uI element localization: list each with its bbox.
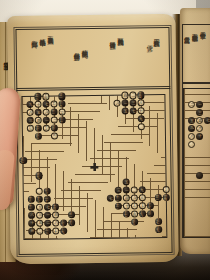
black-stone: 十六 <box>36 196 43 203</box>
black-stone: 三 <box>129 100 136 107</box>
commentary-column: 九路雖可剋相去六 <box>118 33 125 35</box>
black-stone: 卅 <box>29 227 36 234</box>
right-page: 十四畫子二十位打十 五應子上斷粘白便宜 是爲走白便宜 二一三五四七九六八十 <box>180 8 210 254</box>
black-stone: 十三 <box>115 203 122 210</box>
white-stone <box>36 188 43 195</box>
black-stone: 五 <box>123 179 130 186</box>
black-stone <box>196 172 203 179</box>
black-stone: 三 <box>115 187 122 194</box>
black-stone: 二十 <box>44 196 51 203</box>
black-stone: 五 <box>35 109 42 116</box>
white-stone: 四 <box>123 195 130 202</box>
white-stone: 十 <box>137 107 144 114</box>
black-stone: 一 <box>123 187 130 194</box>
center-cross-mark <box>90 163 98 171</box>
white-stone: 二十 <box>58 109 65 116</box>
black-stone: 十九 <box>60 227 67 234</box>
black-stone: 十 <box>28 220 35 227</box>
black-stone: 廿三 <box>147 210 154 217</box>
black-stone: 十五 <box>147 202 154 209</box>
black-stone: 九 <box>138 115 145 122</box>
black-stone: 十一 <box>115 195 122 202</box>
black-stone: 廿七 <box>155 218 162 225</box>
black-stone: 十三 <box>44 227 51 234</box>
white-stone: 四 <box>196 117 203 124</box>
white-stone: 九 <box>36 204 43 211</box>
commentary-column: 是白稍勝便宜 <box>74 48 81 49</box>
black-stone: 三 <box>27 117 34 124</box>
white-stone: 十四 <box>131 210 138 217</box>
commentary-column: 行七臨好尚分 <box>32 36 39 37</box>
black-stone: 廿九 <box>36 172 43 179</box>
right-page-divider-line <box>182 82 210 84</box>
black-stone: 十九 <box>139 210 146 217</box>
white-stone: 六 <box>114 100 121 107</box>
black-stone: 七 <box>43 101 50 108</box>
white-stone: 八 <box>137 100 144 107</box>
black-stone: 一 <box>196 101 203 108</box>
white-stone: 十六 <box>27 125 34 132</box>
black-stone: 廿七 <box>20 157 27 164</box>
white-stone: 八 <box>139 194 146 201</box>
white-stone: 十二 <box>131 202 138 209</box>
black-stone: 五 <box>122 108 129 115</box>
black-stone: 廿一 <box>154 194 161 201</box>
white-stone: 十四 <box>42 93 49 100</box>
black-stone: 廿五 <box>35 133 42 140</box>
black-stone: 六 <box>28 212 35 219</box>
black-stone: 十七 <box>59 116 66 123</box>
commentary-column: 八打剋却上便闌九 <box>82 45 89 47</box>
black-stone: 十五 <box>35 125 42 132</box>
white-stone: 十二 <box>50 101 57 108</box>
commentary-column: 路遠行畧便宜 <box>110 37 117 38</box>
commentary-column: 爲打劫拈再十十位 <box>40 34 47 36</box>
white-stone: 四 <box>35 117 42 124</box>
black-stone: 十八 <box>28 196 35 203</box>
white-stone: 四 <box>52 211 59 218</box>
black-stone: 十四 <box>52 203 59 210</box>
white-stone <box>138 123 145 130</box>
black-stone: 廿四 <box>137 92 144 99</box>
white-stone: 三 <box>36 212 43 219</box>
book-photo: 官子譜 十四畫子二十位打十 五應子上斷粘白便宜 是爲走白便宜 二一三五四七九六八… <box>0 0 210 280</box>
black-stone: 廿二 <box>68 211 75 218</box>
commentary-column: 便宜 <box>147 40 154 41</box>
black-stone: 七 <box>107 195 114 202</box>
white-stone: 十八 <box>43 125 50 132</box>
commentary-column: 五吹勝長六畫三五 <box>47 32 54 34</box>
black-stone: 廿一 <box>58 93 65 100</box>
black-stone: 七 <box>44 204 51 211</box>
white-stone: 十七 <box>52 227 59 234</box>
black-stone: 九 <box>27 101 34 108</box>
white-stone: 二 <box>129 92 136 99</box>
black-stone: 五 <box>188 117 195 124</box>
black-stone: 廿三 <box>51 124 58 131</box>
white-stone <box>188 141 195 148</box>
white-stone: 六 <box>131 194 138 201</box>
white-stone: 六 <box>43 109 50 116</box>
black-stone: 二 <box>44 219 51 226</box>
black-stone: 十九 <box>58 101 65 108</box>
black-stone: 十三 <box>35 93 42 100</box>
black-stone: 七 <box>204 117 210 124</box>
black-stone: 一 <box>122 100 129 107</box>
commentary-column: 四六畫六粘打甚 <box>154 34 161 36</box>
white-stone: 廿二 <box>51 132 58 139</box>
black-stone: 十 <box>196 133 203 140</box>
white-stone: 四 <box>121 92 128 99</box>
white-stone: 六 <box>196 125 203 132</box>
white-stone: 十六 <box>139 202 146 209</box>
black-stone: 十七 <box>123 210 130 217</box>
black-stone: 廿五 <box>131 218 138 225</box>
white-stone: 八 <box>188 133 195 140</box>
white-stone: 二 <box>51 117 58 124</box>
black-stone: 十五 <box>60 219 67 226</box>
white-stone: 十一 <box>36 227 43 234</box>
black-stone: 三 <box>196 109 203 116</box>
black-stone: 廿六 <box>44 188 51 195</box>
black-stone: 廿八 <box>68 219 75 226</box>
main-page: 四六畫六粘打甚 便宜 九路雖可剋相去六 路遠行畧便宜 八打剋却上便闌九 是白稍勝… <box>7 14 178 264</box>
black-stone: 七 <box>130 108 137 115</box>
black-stone: 十一 <box>51 109 58 116</box>
right-go-board: 二一三五四七九六八十 <box>183 88 210 238</box>
black-stone: 廿九 <box>155 226 162 233</box>
white-stone: 二 <box>131 187 138 194</box>
white-stone: 十 <box>35 101 42 108</box>
white-stone: 八 <box>52 219 59 226</box>
black-stone: 九 <box>188 125 195 132</box>
black-stone: 一 <box>43 117 50 124</box>
white-stone: 八 <box>27 109 34 116</box>
black-stone: 九 <box>139 186 146 193</box>
black-stone: 一 <box>44 211 51 218</box>
white-stone: 二 <box>188 101 195 108</box>
main-go-board: 十三十四廿一九十七十二十九八五六十一二十三四一二十七十六十五十八廿三廿五廿二廿七… <box>21 94 167 240</box>
black-stone: 十二 <box>28 204 35 211</box>
white-stone: 五 <box>36 219 43 226</box>
white-stone: 十 <box>123 202 130 209</box>
